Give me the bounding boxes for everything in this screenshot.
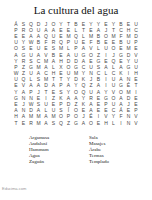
grid-cell[interactable]: L	[110, 120, 118, 126]
grid-cell[interactable]: R	[27, 120, 35, 126]
word-item: Zaguán	[29, 159, 63, 165]
word-search-grid: ÁSQDJOYTBEYYEYBEUPROUAAEELTEAJTCHCEEAAQU…	[0, 21, 152, 126]
watermark: Educima.com	[2, 186, 26, 191]
grid-cell[interactable]: O	[87, 120, 95, 126]
grid-cell[interactable]: Z	[65, 120, 73, 126]
grid-cell[interactable]: M	[35, 120, 43, 126]
grid-cell[interactable]: N	[125, 120, 133, 126]
word-list: ArgamasaAndalusíHammamAguaZaguán SalaMas…	[0, 135, 152, 165]
grid-cell[interactable]: G	[72, 120, 80, 126]
grid-cell[interactable]: H	[102, 120, 110, 126]
grid-cell[interactable]: V	[132, 120, 140, 126]
grid-cell[interactable]: S	[50, 120, 58, 126]
grid-cell[interactable]: Q	[57, 120, 65, 126]
grid-cell[interactable]: E	[95, 120, 103, 126]
grid-cell[interactable]: A	[80, 120, 88, 126]
word-list-column2: SalaMasajesÁrabeTermasTemplado	[89, 135, 123, 165]
grid-cell[interactable]: I	[117, 120, 125, 126]
grid-cell[interactable]: T	[12, 120, 20, 126]
grid-cell[interactable]: E	[20, 120, 28, 126]
word-list-column1: ArgamasaAndalusíHammamAguaZaguán	[29, 135, 63, 165]
page-title: La cultura del agua	[0, 4, 152, 16]
word-item: Templado	[89, 159, 123, 165]
grid-cell[interactable]: A	[42, 120, 50, 126]
